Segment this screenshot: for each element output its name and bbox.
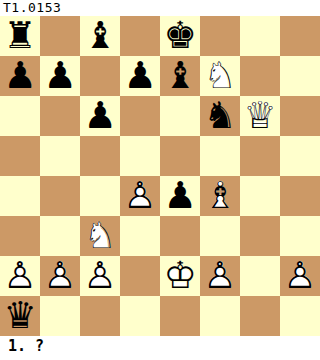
move-prompt: 1. ? xyxy=(8,337,44,355)
square-g6[interactable]: ♛♕ xyxy=(240,96,280,136)
black-bishop[interactable]: ♝ xyxy=(80,16,120,56)
square-f5[interactable] xyxy=(200,136,240,176)
white-king-icon: ♔ xyxy=(160,256,200,296)
square-e3[interactable] xyxy=(160,216,200,256)
square-d4[interactable]: ♟♙ xyxy=(120,176,160,216)
square-a7[interactable]: ♟ xyxy=(0,56,40,96)
white-pawn[interactable]: ♟♙ xyxy=(40,256,80,296)
white-pawn-icon: ♙ xyxy=(120,176,160,216)
white-king[interactable]: ♚♔ xyxy=(160,256,200,296)
black-pawn-icon: ♟ xyxy=(40,56,80,96)
white-knight-icon: ♘ xyxy=(200,56,240,96)
white-pawn-icon: ♙ xyxy=(280,256,320,296)
square-f7[interactable]: ♞♘ xyxy=(200,56,240,96)
square-a4[interactable] xyxy=(0,176,40,216)
square-f8[interactable] xyxy=(200,16,240,56)
white-queen[interactable]: ♛♕ xyxy=(240,96,280,136)
black-bishop[interactable]: ♝ xyxy=(160,56,200,96)
square-b7[interactable]: ♟ xyxy=(40,56,80,96)
square-g4[interactable] xyxy=(240,176,280,216)
white-pawn[interactable]: ♟♙ xyxy=(80,256,120,296)
square-g8[interactable] xyxy=(240,16,280,56)
white-pawn[interactable]: ♟♙ xyxy=(120,176,160,216)
square-e2[interactable]: ♚♔ xyxy=(160,256,200,296)
chess-puzzle-window: T1.0153 ♜♝♚♟♟♟♝♞♘♟♞♛♕♟♙♟♝♗♞♘♟♙♟♙♟♙♚♔♟♙♟♙… xyxy=(0,0,320,360)
square-a2[interactable]: ♟♙ xyxy=(0,256,40,296)
black-rook[interactable]: ♜ xyxy=(0,16,40,56)
black-knight-icon: ♞ xyxy=(200,96,240,136)
square-b3[interactable] xyxy=(40,216,80,256)
square-c5[interactable] xyxy=(80,136,120,176)
square-c6[interactable]: ♟ xyxy=(80,96,120,136)
black-rook-icon: ♜ xyxy=(0,16,40,56)
white-pawn[interactable]: ♟♙ xyxy=(0,256,40,296)
square-f4[interactable]: ♝♗ xyxy=(200,176,240,216)
black-pawn-icon: ♟ xyxy=(120,56,160,96)
white-pawn[interactable]: ♟♙ xyxy=(200,256,240,296)
white-pawn[interactable]: ♟♙ xyxy=(280,256,320,296)
square-a1[interactable]: ♛ xyxy=(0,296,40,336)
square-a6[interactable] xyxy=(0,96,40,136)
square-c8[interactable]: ♝ xyxy=(80,16,120,56)
square-c1[interactable] xyxy=(80,296,120,336)
square-c4[interactable] xyxy=(80,176,120,216)
black-pawn-icon: ♟ xyxy=(80,96,120,136)
black-knight[interactable]: ♞ xyxy=(200,96,240,136)
square-b6[interactable] xyxy=(40,96,80,136)
square-d7[interactable]: ♟ xyxy=(120,56,160,96)
square-h6[interactable] xyxy=(280,96,320,136)
square-g7[interactable] xyxy=(240,56,280,96)
square-a5[interactable] xyxy=(0,136,40,176)
square-a3[interactable] xyxy=(0,216,40,256)
black-pawn[interactable]: ♟ xyxy=(0,56,40,96)
square-a8[interactable]: ♜ xyxy=(0,16,40,56)
square-b1[interactable] xyxy=(40,296,80,336)
white-knight[interactable]: ♞♘ xyxy=(80,216,120,256)
square-b4[interactable] xyxy=(40,176,80,216)
square-h8[interactable] xyxy=(280,16,320,56)
square-b5[interactable] xyxy=(40,136,80,176)
square-d3[interactable] xyxy=(120,216,160,256)
square-e7[interactable]: ♝ xyxy=(160,56,200,96)
square-h5[interactable] xyxy=(280,136,320,176)
black-pawn-icon: ♟ xyxy=(160,176,200,216)
square-h1[interactable] xyxy=(280,296,320,336)
square-h3[interactable] xyxy=(280,216,320,256)
black-pawn[interactable]: ♟ xyxy=(160,176,200,216)
square-d6[interactable] xyxy=(120,96,160,136)
white-pawn-icon: ♙ xyxy=(40,256,80,296)
black-king[interactable]: ♚ xyxy=(160,16,200,56)
black-bishop-icon: ♝ xyxy=(160,56,200,96)
black-bishop-icon: ♝ xyxy=(80,16,120,56)
white-pawn-icon: ♙ xyxy=(0,256,40,296)
square-d8[interactable] xyxy=(120,16,160,56)
white-bishop[interactable]: ♝♗ xyxy=(200,176,240,216)
white-queen-icon: ♕ xyxy=(240,96,280,136)
square-h7[interactable] xyxy=(280,56,320,96)
square-e8[interactable]: ♚ xyxy=(160,16,200,56)
square-g5[interactable] xyxy=(240,136,280,176)
square-h2[interactable]: ♟♙ xyxy=(280,256,320,296)
white-knight[interactable]: ♞♘ xyxy=(200,56,240,96)
black-queen[interactable]: ♛ xyxy=(0,296,40,336)
black-king-icon: ♚ xyxy=(160,16,200,56)
square-f3[interactable] xyxy=(200,216,240,256)
white-knight-icon: ♘ xyxy=(80,216,120,256)
white-pawn-icon: ♙ xyxy=(200,256,240,296)
square-f1[interactable] xyxy=(200,296,240,336)
square-b8[interactable] xyxy=(40,16,80,56)
square-e6[interactable] xyxy=(160,96,200,136)
square-g2[interactable] xyxy=(240,256,280,296)
white-bishop-icon: ♗ xyxy=(200,176,240,216)
black-queen-icon: ♛ xyxy=(0,296,40,336)
square-g3[interactable] xyxy=(240,216,280,256)
square-d5[interactable] xyxy=(120,136,160,176)
square-e5[interactable] xyxy=(160,136,200,176)
square-g1[interactable] xyxy=(240,296,280,336)
square-f6[interactable]: ♞ xyxy=(200,96,240,136)
square-d2[interactable] xyxy=(120,256,160,296)
square-h4[interactable] xyxy=(280,176,320,216)
black-pawn-icon: ♟ xyxy=(0,56,40,96)
black-pawn[interactable]: ♟ xyxy=(40,56,80,96)
square-e4[interactable]: ♟ xyxy=(160,176,200,216)
square-e1[interactable] xyxy=(160,296,200,336)
white-pawn-icon: ♙ xyxy=(80,256,120,296)
chess-board: ♜♝♚♟♟♟♝♞♘♟♞♛♕♟♙♟♝♗♞♘♟♙♟♙♟♙♚♔♟♙♟♙♛ xyxy=(0,16,320,336)
square-c2[interactable]: ♟♙ xyxy=(80,256,120,296)
square-c3[interactable]: ♞♘ xyxy=(80,216,120,256)
square-c7[interactable] xyxy=(80,56,120,96)
black-pawn[interactable]: ♟ xyxy=(80,96,120,136)
square-f2[interactable]: ♟♙ xyxy=(200,256,240,296)
square-d1[interactable] xyxy=(120,296,160,336)
black-pawn[interactable]: ♟ xyxy=(120,56,160,96)
square-b2[interactable]: ♟♙ xyxy=(40,256,80,296)
